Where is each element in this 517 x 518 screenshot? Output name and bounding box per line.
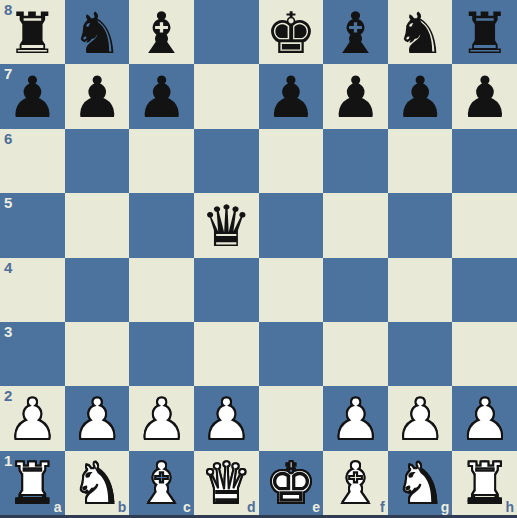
piece-black-rook[interactable]: ♜ bbox=[459, 5, 510, 62]
file-label-h: h bbox=[505, 499, 514, 515]
piece-white-pawn[interactable]: ♟ bbox=[136, 391, 187, 448]
square-h6[interactable] bbox=[452, 129, 517, 193]
square-c2[interactable]: ♟ bbox=[129, 386, 194, 450]
square-e6[interactable] bbox=[259, 129, 324, 193]
square-d5[interactable]: ♛ bbox=[194, 193, 259, 257]
square-d8[interactable] bbox=[194, 0, 259, 64]
square-e4[interactable] bbox=[259, 258, 324, 322]
piece-black-knight[interactable]: ♞ bbox=[395, 5, 446, 62]
piece-black-queen[interactable]: ♛ bbox=[201, 198, 252, 255]
piece-black-pawn[interactable]: ♟ bbox=[7, 69, 58, 126]
square-g3[interactable] bbox=[388, 322, 453, 386]
square-b2[interactable]: ♟ bbox=[65, 386, 130, 450]
square-f1[interactable]: f♝ bbox=[323, 451, 388, 515]
square-g8[interactable]: ♞ bbox=[388, 0, 453, 64]
square-f4[interactable] bbox=[323, 258, 388, 322]
square-b8[interactable]: ♞ bbox=[65, 0, 130, 64]
piece-black-bishop[interactable]: ♝ bbox=[136, 5, 187, 62]
square-a8[interactable]: 8♜ bbox=[0, 0, 65, 64]
square-c1[interactable]: c♝ bbox=[129, 451, 194, 515]
square-b4[interactable] bbox=[65, 258, 130, 322]
square-f3[interactable] bbox=[323, 322, 388, 386]
square-h1[interactable]: h♜ bbox=[452, 451, 517, 515]
chess-board: 8♜♞♝♚♝♞♜7♟♟♟♟♟♟♟65♛432♟♟♟♟♟♟♟1a♜b♞c♝d♛e♚… bbox=[0, 0, 517, 515]
piece-white-pawn[interactable]: ♟ bbox=[459, 391, 510, 448]
square-c7[interactable]: ♟ bbox=[129, 64, 194, 128]
rank-label-7: 7 bbox=[4, 65, 12, 82]
square-c6[interactable] bbox=[129, 129, 194, 193]
piece-black-knight[interactable]: ♞ bbox=[71, 5, 122, 62]
rank-label-8: 8 bbox=[4, 1, 12, 18]
file-label-e: e bbox=[312, 499, 320, 515]
square-e7[interactable]: ♟ bbox=[259, 64, 324, 128]
square-a7[interactable]: 7♟ bbox=[0, 64, 65, 128]
square-d2[interactable]: ♟ bbox=[194, 386, 259, 450]
square-d6[interactable] bbox=[194, 129, 259, 193]
square-d7[interactable] bbox=[194, 64, 259, 128]
square-a5[interactable]: 5 bbox=[0, 193, 65, 257]
square-a6[interactable]: 6 bbox=[0, 129, 65, 193]
square-h7[interactable]: ♟ bbox=[452, 64, 517, 128]
square-h2[interactable]: ♟ bbox=[452, 386, 517, 450]
piece-black-rook[interactable]: ♜ bbox=[7, 5, 58, 62]
square-g6[interactable] bbox=[388, 129, 453, 193]
file-label-g: g bbox=[441, 499, 450, 515]
square-e2[interactable] bbox=[259, 386, 324, 450]
rank-label-4: 4 bbox=[4, 259, 12, 276]
piece-white-king[interactable]: ♚ bbox=[265, 455, 316, 512]
chess-board-wrap: 8♜♞♝♚♝♞♜7♟♟♟♟♟♟♟65♛432♟♟♟♟♟♟♟1a♜b♞c♝d♛e♚… bbox=[0, 0, 517, 518]
square-f6[interactable] bbox=[323, 129, 388, 193]
piece-white-pawn[interactable]: ♟ bbox=[7, 391, 58, 448]
square-e1[interactable]: e♚ bbox=[259, 451, 324, 515]
square-a1[interactable]: 1a♜ bbox=[0, 451, 65, 515]
square-e3[interactable] bbox=[259, 322, 324, 386]
piece-black-bishop[interactable]: ♝ bbox=[330, 5, 381, 62]
piece-white-rook[interactable]: ♜ bbox=[7, 455, 58, 512]
square-b7[interactable]: ♟ bbox=[65, 64, 130, 128]
square-c3[interactable] bbox=[129, 322, 194, 386]
rank-label-3: 3 bbox=[4, 323, 12, 340]
file-label-c: c bbox=[183, 499, 191, 515]
piece-black-king[interactable]: ♚ bbox=[265, 5, 316, 62]
square-e5[interactable] bbox=[259, 193, 324, 257]
square-b1[interactable]: b♞ bbox=[65, 451, 130, 515]
piece-black-pawn[interactable]: ♟ bbox=[330, 69, 381, 126]
piece-white-knight[interactable]: ♞ bbox=[395, 455, 446, 512]
piece-black-pawn[interactable]: ♟ bbox=[265, 69, 316, 126]
square-a3[interactable]: 3 bbox=[0, 322, 65, 386]
piece-white-pawn[interactable]: ♟ bbox=[395, 391, 446, 448]
file-label-b: b bbox=[118, 499, 127, 515]
rank-label-1: 1 bbox=[4, 452, 12, 469]
square-b6[interactable] bbox=[65, 129, 130, 193]
square-f2[interactable]: ♟ bbox=[323, 386, 388, 450]
square-b5[interactable] bbox=[65, 193, 130, 257]
piece-black-pawn[interactable]: ♟ bbox=[71, 69, 122, 126]
square-f5[interactable] bbox=[323, 193, 388, 257]
piece-black-pawn[interactable]: ♟ bbox=[136, 69, 187, 126]
rank-label-6: 6 bbox=[4, 130, 12, 147]
square-h4[interactable] bbox=[452, 258, 517, 322]
square-c4[interactable] bbox=[129, 258, 194, 322]
file-label-f: f bbox=[380, 499, 385, 515]
square-d4[interactable] bbox=[194, 258, 259, 322]
square-d1[interactable]: d♛ bbox=[194, 451, 259, 515]
piece-white-pawn[interactable]: ♟ bbox=[71, 391, 122, 448]
piece-white-rook[interactable]: ♜ bbox=[459, 455, 510, 512]
square-a2[interactable]: 2♟ bbox=[0, 386, 65, 450]
square-d3[interactable] bbox=[194, 322, 259, 386]
square-f8[interactable]: ♝ bbox=[323, 0, 388, 64]
rank-label-2: 2 bbox=[4, 387, 12, 404]
square-a4[interactable]: 4 bbox=[0, 258, 65, 322]
square-h3[interactable] bbox=[452, 322, 517, 386]
square-h5[interactable] bbox=[452, 193, 517, 257]
rank-label-5: 5 bbox=[4, 194, 12, 211]
square-g4[interactable] bbox=[388, 258, 453, 322]
file-label-d: d bbox=[247, 499, 256, 515]
piece-white-knight[interactable]: ♞ bbox=[71, 455, 122, 512]
square-g1[interactable]: g♞ bbox=[388, 451, 453, 515]
piece-white-bishop[interactable]: ♝ bbox=[330, 455, 381, 512]
square-g2[interactable]: ♟ bbox=[388, 386, 453, 450]
square-c8[interactable]: ♝ bbox=[129, 0, 194, 64]
piece-white-bishop[interactable]: ♝ bbox=[136, 455, 187, 512]
piece-white-pawn[interactable]: ♟ bbox=[330, 391, 381, 448]
file-label-a: a bbox=[54, 499, 62, 515]
square-b3[interactable] bbox=[65, 322, 130, 386]
square-c5[interactable] bbox=[129, 193, 194, 257]
piece-black-pawn[interactable]: ♟ bbox=[459, 69, 510, 126]
piece-black-pawn[interactable]: ♟ bbox=[395, 69, 446, 126]
square-e8[interactable]: ♚ bbox=[259, 0, 324, 64]
piece-white-pawn[interactable]: ♟ bbox=[201, 391, 252, 448]
piece-white-queen[interactable]: ♛ bbox=[201, 455, 252, 512]
square-f7[interactable]: ♟ bbox=[323, 64, 388, 128]
square-g7[interactable]: ♟ bbox=[388, 64, 453, 128]
square-g5[interactable] bbox=[388, 193, 453, 257]
square-h8[interactable]: ♜ bbox=[452, 0, 517, 64]
